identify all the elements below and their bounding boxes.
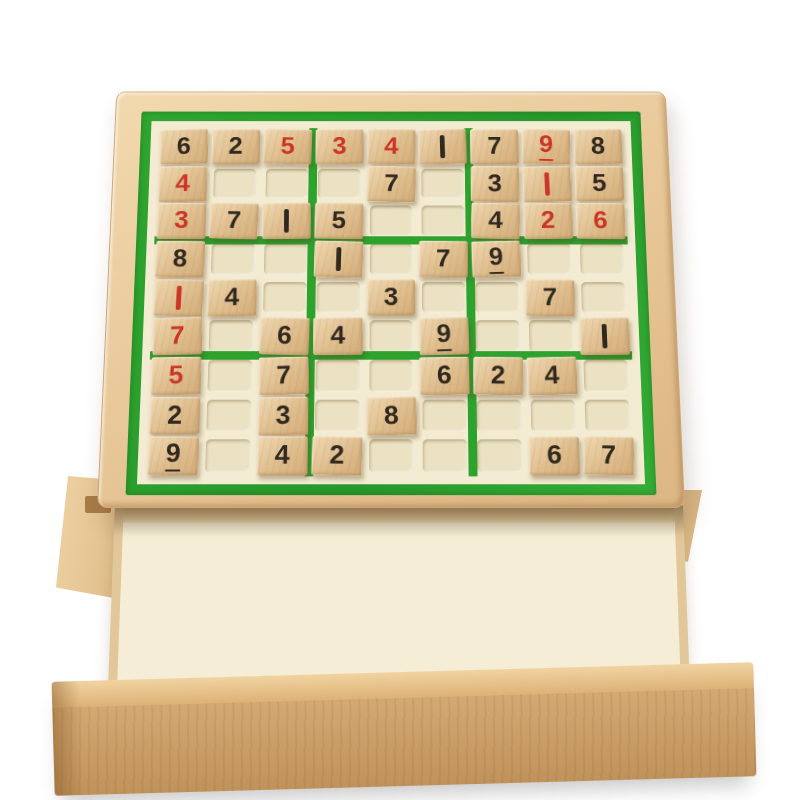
drawer-handle-front-face xyxy=(52,688,756,796)
cell-recess xyxy=(369,244,412,275)
tile-2-r3c8[interactable]: 2 xyxy=(523,203,573,239)
tile-3-r3c1[interactable]: 3 xyxy=(156,203,206,239)
tile-6-r6c3[interactable]: 6 xyxy=(259,317,310,355)
tile-number: 6 xyxy=(276,322,292,350)
tile-8-r4c1[interactable]: 8 xyxy=(155,241,206,278)
cell-recess xyxy=(315,399,360,431)
cell-r1c8[interactable]: 9 xyxy=(520,128,573,165)
cell-r3c4[interactable]: 5 xyxy=(312,202,365,240)
tile-number: 3 xyxy=(332,133,346,159)
tile-1-r6c9[interactable]: 1 xyxy=(579,317,630,355)
cell-r3c1[interactable]: 3 xyxy=(154,202,208,240)
cell-recess xyxy=(369,320,413,352)
cell-r2c7[interactable]: 3 xyxy=(469,165,522,202)
cell-r1c1[interactable]: 6 xyxy=(157,128,210,165)
cell-r9c3[interactable]: 4 xyxy=(254,436,309,477)
cell-recess xyxy=(211,244,255,275)
tile-6-r3c9[interactable]: 6 xyxy=(576,203,625,239)
cell-r2c2[interactable] xyxy=(208,165,261,202)
tile-6-r7c6[interactable]: 6 xyxy=(420,357,471,395)
cell-r4c7[interactable]: 9 xyxy=(470,240,523,278)
cell-r7c6[interactable]: 6 xyxy=(418,356,472,396)
tile-4-r5c2[interactable]: 4 xyxy=(207,279,257,316)
scene: 6253417984731537154268179143776491576242… xyxy=(0,0,800,800)
cell-r7c7[interactable]: 2 xyxy=(471,356,525,396)
cell-r2c5[interactable]: 7 xyxy=(365,165,417,202)
cell-recess xyxy=(264,244,308,275)
tile-9-r4c7[interactable]: 9 xyxy=(471,240,521,277)
tile-number: 8 xyxy=(172,245,188,272)
tile-number: 1 xyxy=(545,172,550,195)
cell-recess xyxy=(527,244,571,275)
tile-number: 5 xyxy=(592,170,607,197)
sudoku-grid: 6253417984731537154268179143776491576242… xyxy=(145,128,637,476)
cell-recess xyxy=(423,440,468,473)
board-wood-frame: 6253417984731537154268179143776491576242… xyxy=(97,92,685,508)
tile-5-r1c3[interactable]: 5 xyxy=(263,129,312,165)
cell-r2c6[interactable] xyxy=(417,165,469,202)
cell-r7c1[interactable]: 5 xyxy=(148,356,203,396)
cell-recess xyxy=(208,320,252,352)
cell-r2c4[interactable] xyxy=(313,165,365,202)
cell-r4c4[interactable]: 1 xyxy=(312,240,365,278)
tile-number: 1 xyxy=(440,135,445,158)
tile-3-r2c7[interactable]: 3 xyxy=(471,166,519,202)
cell-recess xyxy=(369,360,413,392)
cell-r5c4[interactable] xyxy=(311,278,364,317)
tile-number: 4 xyxy=(544,361,560,390)
cell-recess xyxy=(581,282,625,313)
cell-r2c1[interactable]: 4 xyxy=(156,165,209,202)
cell-r8c4[interactable] xyxy=(310,396,364,436)
board-green-border: 6253417984731537154268179143776491576242… xyxy=(126,112,657,496)
cell-r2c9[interactable]: 5 xyxy=(573,165,626,202)
cell-r5c2[interactable]: 4 xyxy=(205,278,259,317)
cell-r5c9[interactable] xyxy=(576,278,630,317)
board-surface: 6253417984731537154268179143776491576242… xyxy=(137,121,645,484)
cell-recess xyxy=(475,282,519,313)
tile-number: 4 xyxy=(274,442,289,471)
cell-recess xyxy=(585,399,630,431)
cell-r8c2[interactable] xyxy=(201,396,256,436)
tile-number: 8 xyxy=(590,133,605,159)
cell-r5c5[interactable]: 3 xyxy=(364,278,417,317)
cell-r5c1[interactable]: 1 xyxy=(151,278,205,317)
cell-recess xyxy=(213,169,256,199)
drawer-slots xyxy=(119,523,679,688)
tile-number: 4 xyxy=(384,133,399,159)
cell-r3c7[interactable]: 4 xyxy=(469,202,522,240)
cell-recess xyxy=(477,440,522,473)
cell-r9c4[interactable]: 2 xyxy=(309,436,364,477)
tile-6-r9c8[interactable]: 6 xyxy=(529,437,580,476)
cell-r9c7[interactable] xyxy=(472,436,527,477)
cell-r1c3[interactable]: 5 xyxy=(261,128,313,165)
cell-recess xyxy=(206,399,251,431)
tile-number: 2 xyxy=(167,401,183,430)
cell-recess xyxy=(422,206,465,236)
drawer-back-wall xyxy=(123,506,675,523)
cell-r1c4[interactable]: 3 xyxy=(313,128,365,165)
cell-r8c5[interactable]: 8 xyxy=(364,396,418,436)
cell-recess xyxy=(265,169,308,199)
cell-recess xyxy=(369,440,414,473)
drawer-front-handle[interactable] xyxy=(52,662,757,796)
cell-r2c3[interactable] xyxy=(260,165,313,202)
cell-recess xyxy=(317,169,360,199)
tile-number: 1 xyxy=(336,247,341,271)
tile-number: 3 xyxy=(275,401,290,430)
cell-r7c9[interactable] xyxy=(579,356,634,396)
tile-number: 2 xyxy=(329,441,345,470)
cell-r8c9[interactable] xyxy=(580,396,635,436)
cell-r5c3[interactable] xyxy=(258,278,312,317)
tile-number: 7 xyxy=(436,245,451,272)
tile-3-r8c3[interactable]: 3 xyxy=(258,396,308,435)
tile-number: 6 xyxy=(593,208,608,235)
cell-r3c8[interactable]: 2 xyxy=(522,202,575,240)
tile-number: 3 xyxy=(174,208,189,235)
tile-9-r1c8[interactable]: 9 xyxy=(522,129,570,165)
cell-r4c3[interactable] xyxy=(259,240,312,278)
cell-r9c8[interactable]: 6 xyxy=(527,436,582,477)
tile-number: 4 xyxy=(175,170,190,197)
cell-r7c5[interactable] xyxy=(364,356,418,396)
cell-r8c6[interactable] xyxy=(418,396,472,436)
cell-r7c2[interactable] xyxy=(202,356,257,396)
cell-r8c3[interactable]: 3 xyxy=(255,396,310,436)
cell-r4c1[interactable]: 8 xyxy=(153,240,207,278)
cell-r7c8[interactable]: 4 xyxy=(525,356,580,396)
cell-recess xyxy=(422,282,466,313)
tile-drawer[interactable] xyxy=(108,506,690,688)
tile-number: 9 xyxy=(539,132,553,161)
tile-8-r8c5[interactable]: 8 xyxy=(366,396,417,435)
cell-r4c9[interactable] xyxy=(575,240,629,278)
tile-number: 7 xyxy=(226,207,242,234)
tile-7-r7c3[interactable]: 7 xyxy=(259,356,309,395)
tile-5-r7c1[interactable]: 5 xyxy=(151,357,202,395)
cell-r3c5[interactable] xyxy=(365,202,418,240)
tile-4-r6c4[interactable]: 4 xyxy=(313,317,363,355)
cell-r3c2[interactable]: 7 xyxy=(207,202,260,240)
tile-number: 4 xyxy=(488,207,503,234)
cell-r7c3[interactable]: 7 xyxy=(256,356,310,396)
cell-r5c7[interactable] xyxy=(470,278,524,317)
tile-number: 9 xyxy=(437,321,453,352)
tile-number: 7 xyxy=(543,284,558,312)
tile-number: 7 xyxy=(383,170,398,197)
tile-number: 6 xyxy=(437,361,452,389)
tile-2-r8c1[interactable]: 2 xyxy=(149,397,200,435)
tile-7-r4c6[interactable]: 7 xyxy=(419,241,468,278)
sudoku-board: 6253417984731537154268179143776491576242… xyxy=(97,92,685,508)
tile-4-r3c7[interactable]: 4 xyxy=(471,203,520,240)
cell-r6c9[interactable]: 1 xyxy=(577,317,632,356)
cell-recess xyxy=(207,360,252,392)
tile-6-r1c1[interactable]: 6 xyxy=(160,129,208,165)
cell-recess xyxy=(422,169,465,199)
tile-4-r7c8[interactable]: 4 xyxy=(526,356,578,395)
cell-r6c4[interactable]: 4 xyxy=(311,317,365,356)
tile-9-r6c6[interactable]: 9 xyxy=(419,317,470,355)
cell-recess xyxy=(205,440,250,473)
cell-recess xyxy=(580,244,624,275)
tile-2-r1c2[interactable]: 2 xyxy=(211,129,260,164)
cell-r4c5[interactable] xyxy=(365,240,418,278)
tile-number: 9 xyxy=(165,440,181,472)
tile-1-r5c1[interactable]: 1 xyxy=(153,278,204,316)
tile-4-r2c1[interactable]: 4 xyxy=(158,166,207,202)
tile-5-r2c9[interactable]: 5 xyxy=(575,166,625,201)
tile-7-r6c1[interactable]: 7 xyxy=(152,317,202,355)
cell-r5c6[interactable] xyxy=(417,278,470,317)
tile-1-r1c6[interactable]: 1 xyxy=(418,129,467,165)
tile-1-r3c3[interactable]: 1 xyxy=(262,203,311,239)
cell-r6c5[interactable] xyxy=(364,317,418,356)
cell-r5c8[interactable]: 7 xyxy=(523,278,577,317)
cell-recess xyxy=(423,399,468,431)
cell-recess xyxy=(529,320,573,352)
tile-3-r5c5[interactable]: 3 xyxy=(366,279,415,316)
tile-5-r3c4[interactable]: 5 xyxy=(314,203,363,239)
tile-number: 3 xyxy=(384,284,399,312)
tile-1-r4c4[interactable]: 1 xyxy=(313,240,363,277)
tile-number: 9 xyxy=(489,244,505,274)
tile-number: 5 xyxy=(168,361,183,389)
cell-r7c4[interactable] xyxy=(310,356,364,396)
cell-r6c3[interactable]: 6 xyxy=(257,317,311,356)
tile-1-r2c8[interactable]: 1 xyxy=(522,165,572,202)
cell-r6c8[interactable] xyxy=(524,317,578,356)
cell-recess xyxy=(316,282,360,313)
cell-r1c2[interactable]: 2 xyxy=(209,128,262,165)
tile-number: 1 xyxy=(284,209,288,233)
cell-r2c8[interactable]: 1 xyxy=(521,165,574,202)
tile-number: 1 xyxy=(602,324,608,348)
tile-3-r1c4[interactable]: 3 xyxy=(315,129,363,165)
tile-number: 6 xyxy=(546,442,562,471)
tile-7-r5c8[interactable]: 7 xyxy=(525,279,575,316)
tile-number: 8 xyxy=(383,401,399,430)
tile-7-r9c9[interactable]: 7 xyxy=(583,436,634,476)
tile-number: 5 xyxy=(280,133,295,160)
cell-r3c3[interactable]: 1 xyxy=(260,202,313,240)
tile-4-r9c3[interactable]: 4 xyxy=(256,437,307,476)
cell-r6c7[interactable] xyxy=(471,317,525,356)
cell-r8c1[interactable]: 2 xyxy=(147,396,202,436)
tile-number: 2 xyxy=(228,133,243,159)
tile-number: 5 xyxy=(331,208,346,235)
cell-r9c9[interactable]: 7 xyxy=(581,436,637,477)
tile-number: 7 xyxy=(276,361,291,390)
tile-number: 7 xyxy=(487,133,502,159)
cell-r4c2[interactable] xyxy=(206,240,260,278)
tile-number: 2 xyxy=(491,361,506,389)
cell-r9c5[interactable] xyxy=(364,436,419,477)
tile-number: 3 xyxy=(488,170,502,197)
cell-r1c5[interactable]: 4 xyxy=(365,128,417,165)
cell-recess xyxy=(584,360,629,392)
tile-number: 4 xyxy=(330,322,345,350)
tile-number: 7 xyxy=(170,322,185,350)
cell-r4c6[interactable]: 7 xyxy=(417,240,470,278)
cell-r1c9[interactable]: 8 xyxy=(572,128,625,165)
cell-r4c8[interactable] xyxy=(522,240,576,278)
cell-r9c6[interactable] xyxy=(418,436,473,477)
cell-recess xyxy=(477,399,522,431)
cell-r9c1[interactable]: 9 xyxy=(145,436,201,477)
cell-r3c9[interactable]: 6 xyxy=(574,202,628,240)
cell-r1c6[interactable]: 1 xyxy=(417,128,469,165)
tile-number: 1 xyxy=(176,285,182,309)
cell-r9c2[interactable] xyxy=(200,436,255,477)
tile-4-r1c5[interactable]: 4 xyxy=(367,129,415,165)
tile-2-r7c7[interactable]: 2 xyxy=(474,357,524,395)
tile-number: 7 xyxy=(601,441,616,470)
cell-recess xyxy=(263,282,307,313)
cell-r6c1[interactable]: 7 xyxy=(150,317,205,356)
cell-recess xyxy=(370,206,413,236)
cell-r8c8[interactable] xyxy=(526,396,581,436)
tile-8-r1c9[interactable]: 8 xyxy=(573,129,623,165)
tile-9-r9c1[interactable]: 9 xyxy=(147,436,199,475)
cell-recess xyxy=(531,399,576,431)
tile-7-r1c7[interactable]: 7 xyxy=(470,129,519,164)
tile-number: 6 xyxy=(177,133,191,160)
cell-r6c2[interactable] xyxy=(203,317,257,356)
cell-r3c6[interactable] xyxy=(417,202,470,240)
tile-7-r2c5[interactable]: 7 xyxy=(366,165,415,202)
tile-2-r9c4[interactable]: 2 xyxy=(311,436,363,476)
cell-r8c7[interactable] xyxy=(472,396,527,436)
tile-number: 2 xyxy=(541,208,556,235)
cell-r1c7[interactable]: 7 xyxy=(468,128,520,165)
cell-recess xyxy=(315,360,359,392)
cell-recess xyxy=(476,320,520,352)
tile-number: 4 xyxy=(224,284,239,312)
cell-r6c6[interactable]: 9 xyxy=(418,317,472,356)
tile-7-r3c2[interactable]: 7 xyxy=(208,203,258,240)
